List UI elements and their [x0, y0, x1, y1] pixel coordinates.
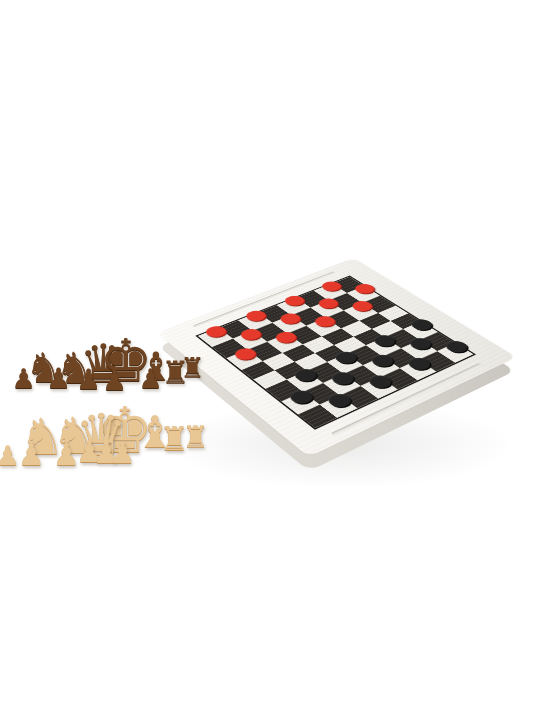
- checkerboard-grid: ●●●●●●●●●●●●●●●●●●●●●●●●: [195, 275, 476, 429]
- red-checker[interactable]: ●: [347, 280, 379, 296]
- black-checker[interactable]: ●: [320, 389, 357, 411]
- black-checker[interactable]: ●: [364, 350, 399, 370]
- light-rook[interactable]: ♜: [160, 422, 190, 455]
- light-pawn[interactable]: ♟: [53, 440, 80, 470]
- dark-pawn[interactable]: ♟: [46, 365, 71, 393]
- black-checker[interactable]: ●: [438, 337, 473, 356]
- dark-rook[interactable]: ♜: [162, 357, 190, 388]
- square-f8[interactable]: ●: [400, 360, 437, 381]
- light-pawn[interactable]: ♟: [110, 439, 136, 468]
- dark-pawn[interactable]: ♟: [139, 365, 163, 392]
- light-pawn[interactable]: ♟: [0, 442, 20, 469]
- red-checker[interactable]: ●: [307, 312, 340, 330]
- square-a1[interactable]: ●: [198, 328, 233, 347]
- light-pawn[interactable]: ♟: [18, 440, 45, 470]
- black-checker[interactable]: ●: [404, 315, 438, 333]
- product-photo-scene: ●●●●●●●●●●●●●●●●●●●●●●●● ♞♟♞♟♛♚♟♟♝♟♜♜♞♞♛…: [0, 0, 540, 720]
- dark-pawn[interactable]: ♟: [76, 366, 101, 394]
- black-checker[interactable]: ●: [287, 364, 322, 384]
- dark-pawn[interactable]: ♟: [102, 367, 127, 395]
- dark-pawn[interactable]: ♟: [12, 365, 36, 392]
- red-checker[interactable]: ●: [311, 294, 343, 311]
- red-checker[interactable]: ●: [345, 297, 378, 314]
- black-checker[interactable]: ●: [361, 371, 397, 392]
- checkers-board: ●●●●●●●●●●●●●●●●●●●●●●●●: [157, 258, 516, 457]
